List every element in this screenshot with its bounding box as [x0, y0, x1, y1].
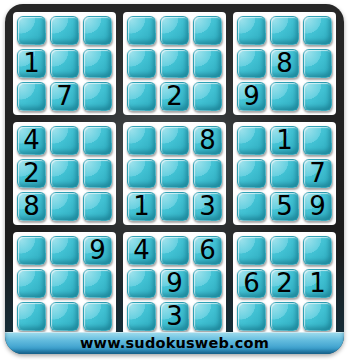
cell-r5-c5[interactable]: [160, 159, 189, 188]
cell-r9-c9[interactable]: [303, 302, 332, 331]
cell-r9-c7[interactable]: [237, 302, 266, 331]
cell-r9-c2[interactable]: [50, 302, 79, 331]
cell-r8-c6[interactable]: [193, 269, 222, 298]
cell-r4-c8[interactable]: 1: [270, 126, 299, 155]
cell-r5-c9[interactable]: 7: [303, 159, 332, 188]
cell-r2-c5[interactable]: [160, 49, 189, 78]
cell-r5-c7[interactable]: [237, 159, 266, 188]
cell-r3-c3[interactable]: [83, 82, 112, 111]
cell-r8-c9[interactable]: 1: [303, 269, 332, 298]
cell-r3-c4[interactable]: [127, 82, 156, 111]
cell-r6-c1[interactable]: 8: [17, 192, 46, 221]
cell-r7-c1[interactable]: [17, 236, 46, 265]
cell-r7-c2[interactable]: [50, 236, 79, 265]
box-7: 9: [13, 232, 116, 335]
cell-r1-c2[interactable]: [50, 16, 79, 45]
cell-r4-c2[interactable]: [50, 126, 79, 155]
cell-r1-c6[interactable]: [193, 16, 222, 45]
cell-r9-c5[interactable]: 3: [160, 302, 189, 331]
cell-r2-c1[interactable]: 1: [17, 49, 46, 78]
box-4: 428: [13, 122, 116, 225]
cell-r4-c3[interactable]: [83, 126, 112, 155]
cell-r4-c6[interactable]: 8: [193, 126, 222, 155]
cell-r1-c1[interactable]: [17, 16, 46, 45]
cell-r3-c9[interactable]: [303, 82, 332, 111]
cell-r8-c2[interactable]: [50, 269, 79, 298]
cell-r9-c1[interactable]: [17, 302, 46, 331]
footer-bar: www.sudokusweb.com: [5, 332, 344, 354]
cell-r8-c1[interactable]: [17, 269, 46, 298]
box-3: 89: [233, 12, 336, 115]
cell-r6-c5[interactable]: [160, 192, 189, 221]
cell-r8-c4[interactable]: [127, 269, 156, 298]
cell-r8-c7[interactable]: 6: [237, 269, 266, 298]
cell-r6-c4[interactable]: 1: [127, 192, 156, 221]
cell-r1-c5[interactable]: [160, 16, 189, 45]
cell-r1-c7[interactable]: [237, 16, 266, 45]
cell-r3-c6[interactable]: [193, 82, 222, 111]
cell-r4-c9[interactable]: [303, 126, 332, 155]
cell-r6-c9[interactable]: 9: [303, 192, 332, 221]
box-9: 621: [233, 232, 336, 335]
cell-r2-c7[interactable]: [237, 49, 266, 78]
cell-r7-c3[interactable]: 9: [83, 236, 112, 265]
cell-r5-c1[interactable]: 2: [17, 159, 46, 188]
cell-r2-c8[interactable]: 8: [270, 49, 299, 78]
cell-r5-c3[interactable]: [83, 159, 112, 188]
sudoku-board: 17289428813175994693621 www.sudokusweb.c…: [5, 4, 344, 354]
cell-r5-c2[interactable]: [50, 159, 79, 188]
box-2: 2: [123, 12, 226, 115]
cell-r5-c4[interactable]: [127, 159, 156, 188]
cell-r1-c4[interactable]: [127, 16, 156, 45]
cell-r6-c8[interactable]: 5: [270, 192, 299, 221]
cell-r7-c5[interactable]: [160, 236, 189, 265]
cell-r4-c4[interactable]: [127, 126, 156, 155]
cell-r7-c7[interactable]: [237, 236, 266, 265]
cell-r5-c6[interactable]: [193, 159, 222, 188]
cell-r9-c4[interactable]: [127, 302, 156, 331]
cell-r3-c2[interactable]: 7: [50, 82, 79, 111]
site-url[interactable]: www.sudokusweb.com: [80, 335, 269, 351]
cell-r6-c6[interactable]: 3: [193, 192, 222, 221]
cell-r4-c1[interactable]: 4: [17, 126, 46, 155]
cell-r8-c5[interactable]: 9: [160, 269, 189, 298]
cell-r1-c3[interactable]: [83, 16, 112, 45]
sudoku-grid: 17289428813175994693621: [13, 12, 336, 328]
cell-r2-c4[interactable]: [127, 49, 156, 78]
box-8: 4693: [123, 232, 226, 335]
cell-r2-c2[interactable]: [50, 49, 79, 78]
cell-r2-c6[interactable]: [193, 49, 222, 78]
cell-r6-c7[interactable]: [237, 192, 266, 221]
cell-r1-c8[interactable]: [270, 16, 299, 45]
cell-r7-c4[interactable]: 4: [127, 236, 156, 265]
cell-r9-c6[interactable]: [193, 302, 222, 331]
cell-r4-c7[interactable]: [237, 126, 266, 155]
cell-r6-c3[interactable]: [83, 192, 112, 221]
cell-r3-c5[interactable]: 2: [160, 82, 189, 111]
cell-r3-c8[interactable]: [270, 82, 299, 111]
cell-r8-c8[interactable]: 2: [270, 269, 299, 298]
box-6: 1759: [233, 122, 336, 225]
cell-r9-c3[interactable]: [83, 302, 112, 331]
cell-r7-c9[interactable]: [303, 236, 332, 265]
cell-r3-c7[interactable]: 9: [237, 82, 266, 111]
cell-r4-c5[interactable]: [160, 126, 189, 155]
cell-r7-c8[interactable]: [270, 236, 299, 265]
box-5: 813: [123, 122, 226, 225]
cell-r3-c1[interactable]: [17, 82, 46, 111]
cell-r1-c9[interactable]: [303, 16, 332, 45]
cell-r5-c8[interactable]: [270, 159, 299, 188]
cell-r6-c2[interactable]: [50, 192, 79, 221]
cell-r7-c6[interactable]: 6: [193, 236, 222, 265]
cell-r2-c9[interactable]: [303, 49, 332, 78]
cell-r8-c3[interactable]: [83, 269, 112, 298]
box-1: 17: [13, 12, 116, 115]
cell-r9-c8[interactable]: [270, 302, 299, 331]
cell-r2-c3[interactable]: [83, 49, 112, 78]
